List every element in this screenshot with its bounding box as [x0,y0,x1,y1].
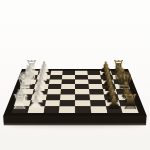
square-c4[interactable] [60,94,75,100]
perspective-container: ♜♟♟♜♞♟♟♞♝♟♟♝♚♟♟♚♛♟♟♛♝♟♟♝♞♟♟♞♜♟♟♜ [0,0,150,150]
square-a5[interactable] [75,106,91,113]
square-d5[interactable] [75,89,89,94]
square-e5[interactable] [75,84,89,89]
square-a4[interactable] [59,106,75,113]
square-a8[interactable]: ♜ [121,106,139,113]
black-rook[interactable]: ♜ [114,92,146,113]
square-e4[interactable] [61,84,75,89]
white-pawn[interactable]: ♟ [19,94,51,112]
board-grid: ♜♟♟♜♞♟♟♞♝♟♟♝♚♟♟♚♛♟♟♛♝♟♟♝♞♟♟♞♜♟♟♜ [11,71,138,113]
square-d4[interactable] [61,89,75,94]
square-c5[interactable] [75,94,90,100]
chess-set-photo: ♜♟♟♜♞♟♟♞♝♟♟♝♚♟♟♚♛♟♟♛♝♟♟♝♞♟♟♞♜♟♟♜ [0,0,150,150]
board-shadow [8,121,142,126]
chess-board: ♜♟♟♜♞♟♟♞♝♟♟♝♚♟♟♚♛♟♟♛♝♟♟♝♞♟♟♞♜♟♟♜ [3,69,147,116]
square-a2[interactable]: ♟ [27,106,44,113]
